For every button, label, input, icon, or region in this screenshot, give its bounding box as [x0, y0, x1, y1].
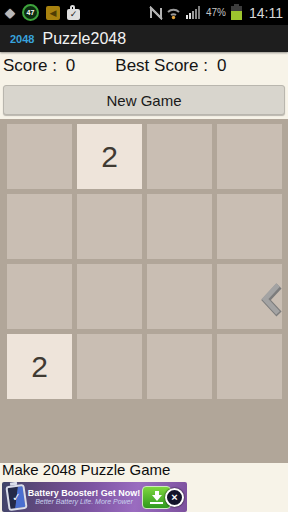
empty-cell-r1c0 [7, 194, 72, 259]
app-title: Puzzle2048 [42, 30, 126, 48]
empty-cell-r1c2 [147, 194, 212, 259]
ad-close-button[interactable]: × [165, 488, 184, 507]
game-board[interactable]: 22 [0, 119, 288, 463]
wifi-attention-icon [167, 6, 180, 20]
ad-banner[interactable]: ✓ Battery Booster! Get Now! Better Batte… [2, 482, 187, 512]
score-label: Score : [3, 56, 57, 76]
notifications-off-icon [149, 6, 163, 20]
empty-cell-r0c2 [147, 124, 212, 189]
signal-strength-icon [186, 6, 200, 19]
best-score-label: Best Score : [115, 56, 208, 76]
empty-cell-r2c1 [77, 264, 142, 329]
new-game-label: New Game [106, 92, 181, 109]
board-grid: 22 [7, 124, 282, 399]
best-score-value: 0 [217, 56, 226, 76]
empty-cell-r0c0 [7, 124, 72, 189]
yellow-app-notification-icon: ◀ [46, 6, 60, 20]
notification-icons: ◆ 47 ◀ ✓ [5, 4, 80, 21]
battery-percent-label: 47% [206, 7, 226, 18]
ad-text-block: Battery Booster! Get Now! Better Battery… [26, 488, 142, 506]
download-arrow-icon [151, 491, 163, 501]
optimizer-47-icon: 47 [22, 4, 39, 21]
app-logo-2048: 2048 [10, 33, 34, 45]
score-row: Score : 0 Best Score : 0 [3, 56, 285, 76]
ad-headline: Battery Booster! Get Now! [26, 488, 142, 498]
store-check-notification-icon: ✓ [67, 9, 80, 20]
tile-2-r3c0: 2 [7, 334, 72, 399]
drawer-handle-icon[interactable] [258, 281, 286, 319]
empty-cell-r0c3 [217, 124, 282, 189]
app-title-bar: 2048 Puzzle2048 [0, 25, 288, 52]
empty-cell-r2c2 [147, 264, 212, 329]
empty-cell-r1c3 [217, 194, 282, 259]
system-status-icons: 47% 14:11 [149, 5, 283, 21]
empty-cell-r3c3 [217, 334, 282, 399]
status-clock: 14:11 [249, 5, 283, 21]
empty-cell-r3c1 [77, 334, 142, 399]
empty-cell-r1c1 [77, 194, 142, 259]
status-bar: ◆ 47 ◀ ✓ 47% 14:11 [0, 0, 288, 25]
empty-cell-r3c2 [147, 334, 212, 399]
download-tray-icon [150, 502, 163, 504]
new-game-button[interactable]: New Game [3, 85, 285, 115]
phone-screen: ◆ 47 ◀ ✓ 47% 14:11 [0, 0, 288, 512]
empty-cell-r2c0 [7, 264, 72, 329]
score-value: 0 [66, 56, 75, 76]
ad-subline: Better Battery Life. More Power [26, 498, 142, 506]
ad-battery-icon: ✓ [5, 483, 27, 510]
gem-notification-icon: ◆ [5, 6, 15, 20]
tile-2-r0c1: 2 [77, 124, 142, 189]
promo-text: Make 2048 Puzzle Game [2, 461, 170, 478]
battery-icon [231, 6, 242, 20]
